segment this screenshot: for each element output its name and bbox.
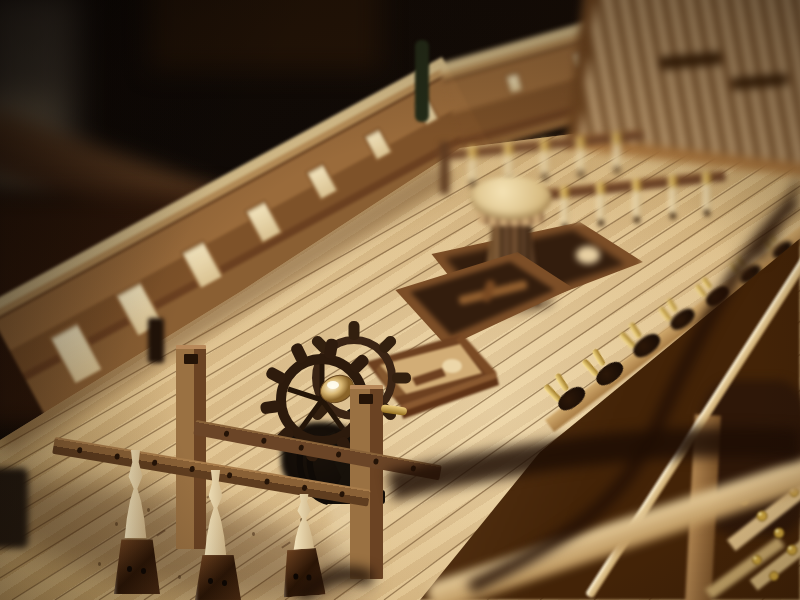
model-ship-photo <box>0 0 800 600</box>
rigging-rope <box>0 0 800 600</box>
